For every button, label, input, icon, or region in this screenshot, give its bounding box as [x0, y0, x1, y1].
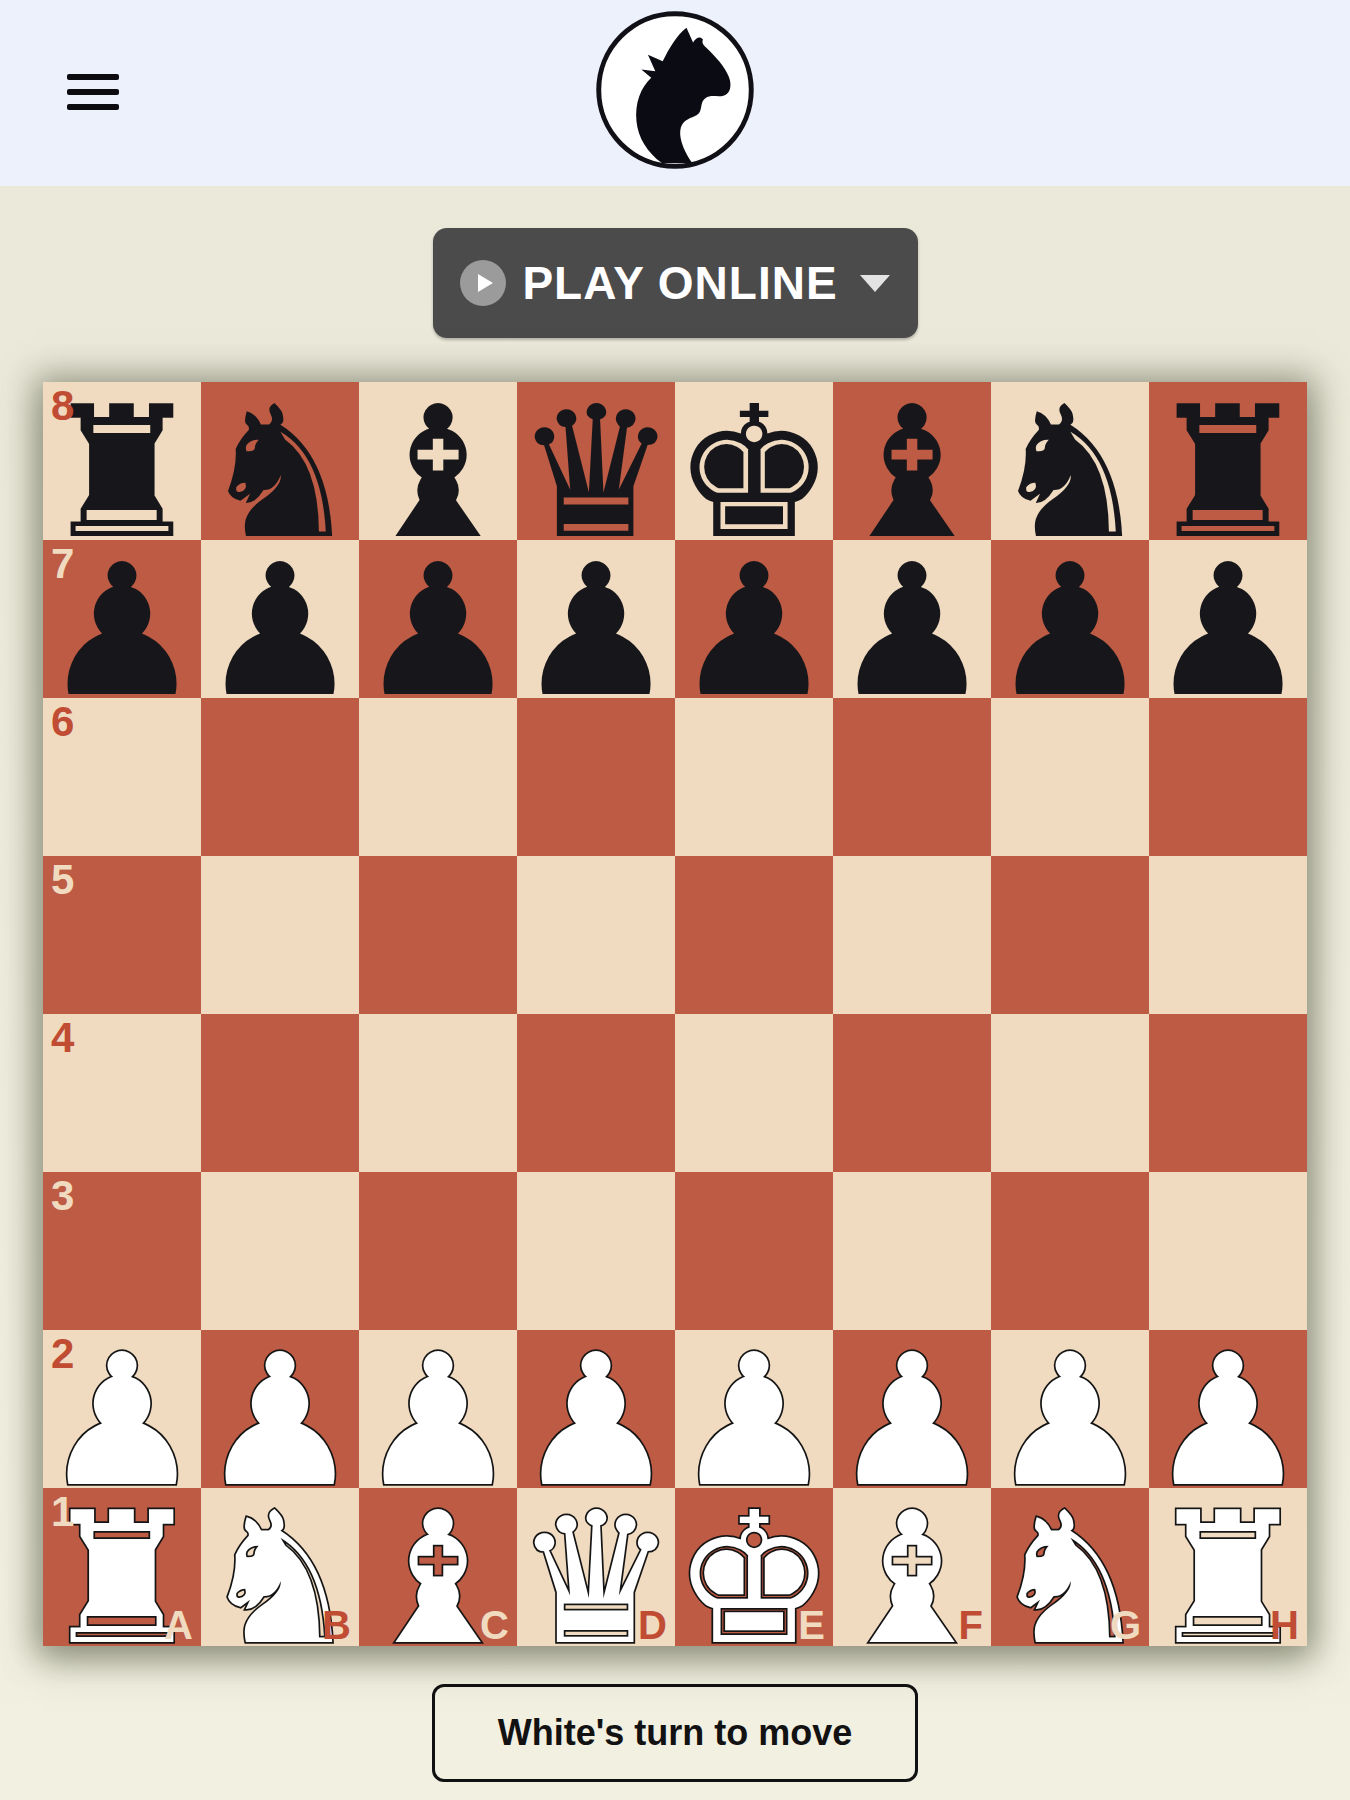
chevron-down-icon	[860, 275, 890, 292]
file-label-a: A	[164, 1602, 193, 1648]
square-e8[interactable]: ♚	[675, 382, 833, 540]
piece-black-pawn[interactable]: ♟	[517, 552, 675, 710]
piece-black-pawn[interactable]: ♟	[1149, 552, 1307, 710]
square-c2[interactable]: ♟	[359, 1330, 517, 1488]
square-f1[interactable]: F♝	[833, 1488, 991, 1646]
square-d4[interactable]	[517, 1014, 675, 1172]
rank-label-4: 4	[51, 1014, 74, 1062]
turn-status-text: White's turn to move	[498, 1712, 853, 1754]
file-label-c: C	[480, 1602, 509, 1648]
square-b4[interactable]	[201, 1014, 359, 1172]
rank-label-5: 5	[51, 856, 74, 904]
square-f4[interactable]	[833, 1014, 991, 1172]
square-h8[interactable]: ♜	[1149, 382, 1307, 540]
turn-status-box: White's turn to move	[432, 1684, 918, 1782]
square-c7[interactable]: ♟	[359, 540, 517, 698]
square-d1[interactable]: D♛	[517, 1488, 675, 1646]
square-b2[interactable]: ♟	[201, 1330, 359, 1488]
square-g3[interactable]	[991, 1172, 1149, 1330]
square-c1[interactable]: C♝	[359, 1488, 517, 1646]
file-label-d: D	[638, 1602, 667, 1648]
square-b7[interactable]: ♟	[201, 540, 359, 698]
square-b5[interactable]	[201, 856, 359, 1014]
square-c3[interactable]	[359, 1172, 517, 1330]
square-f7[interactable]: ♟	[833, 540, 991, 698]
square-f2[interactable]: ♟	[833, 1330, 991, 1488]
square-g7[interactable]: ♟	[991, 540, 1149, 698]
square-f5[interactable]	[833, 856, 991, 1014]
file-label-f: F	[959, 1602, 983, 1648]
square-b1[interactable]: B♞	[201, 1488, 359, 1646]
chess-board: 8♜♞♝♛♚♝♞♜7♟♟♟♟♟♟♟♟65432♟♟♟♟♟♟♟♟1A♜B♞C♝D♛…	[43, 382, 1307, 1646]
rank-label-3: 3	[51, 1172, 74, 1220]
square-g5[interactable]	[991, 856, 1149, 1014]
file-label-b: B	[322, 1602, 351, 1648]
square-g2[interactable]: ♟	[991, 1330, 1149, 1488]
piece-black-pawn[interactable]: ♟	[201, 552, 359, 710]
hamburger-icon	[67, 89, 119, 95]
square-e7[interactable]: ♟	[675, 540, 833, 698]
square-g4[interactable]	[991, 1014, 1149, 1172]
horse-head-logo-svg	[593, 8, 757, 172]
square-h1[interactable]: H♜	[1149, 1488, 1307, 1646]
rank-label-1: 1	[51, 1488, 74, 1536]
square-d2[interactable]: ♟	[517, 1330, 675, 1488]
square-d3[interactable]	[517, 1172, 675, 1330]
square-h4[interactable]	[1149, 1014, 1307, 1172]
square-b3[interactable]	[201, 1172, 359, 1330]
square-d5[interactable]	[517, 856, 675, 1014]
play-online-label: PLAY ONLINE	[522, 256, 837, 310]
square-b8[interactable]: ♞	[201, 382, 359, 540]
square-g8[interactable]: ♞	[991, 382, 1149, 540]
file-label-g: G	[1110, 1602, 1141, 1648]
file-label-e: E	[798, 1602, 825, 1648]
piece-black-pawn[interactable]: ♟	[991, 552, 1149, 710]
square-c8[interactable]: ♝	[359, 382, 517, 540]
square-e3[interactable]	[675, 1172, 833, 1330]
square-c5[interactable]	[359, 856, 517, 1014]
square-a5[interactable]: 5	[43, 856, 201, 1014]
header	[0, 0, 1350, 186]
square-d8[interactable]: ♛	[517, 382, 675, 540]
piece-black-pawn[interactable]: ♟	[359, 552, 517, 710]
square-h3[interactable]	[1149, 1172, 1307, 1330]
square-f3[interactable]	[833, 1172, 991, 1330]
square-a7[interactable]: 7♟	[43, 540, 201, 698]
play-icon	[460, 260, 506, 306]
square-a8[interactable]: 8♜	[43, 382, 201, 540]
square-c4[interactable]	[359, 1014, 517, 1172]
file-label-h: H	[1270, 1602, 1299, 1648]
piece-black-pawn[interactable]: ♟	[833, 552, 991, 710]
hamburger-icon	[67, 74, 119, 80]
square-h5[interactable]	[1149, 856, 1307, 1014]
hamburger-menu-button[interactable]	[67, 74, 119, 110]
square-e5[interactable]	[675, 856, 833, 1014]
square-e4[interactable]	[675, 1014, 833, 1172]
square-a4[interactable]: 4	[43, 1014, 201, 1172]
rank-label-8: 8	[51, 382, 74, 430]
rank-label-6: 6	[51, 698, 74, 746]
square-h2[interactable]: ♟	[1149, 1330, 1307, 1488]
square-a2[interactable]: 2♟	[43, 1330, 201, 1488]
square-d7[interactable]: ♟	[517, 540, 675, 698]
hamburger-icon	[67, 104, 119, 110]
rank-label-2: 2	[51, 1330, 74, 1378]
square-g1[interactable]: G♞	[991, 1488, 1149, 1646]
piece-black-pawn[interactable]: ♟	[675, 552, 833, 710]
square-f8[interactable]: ♝	[833, 382, 991, 540]
square-a3[interactable]: 3	[43, 1172, 201, 1330]
square-e2[interactable]: ♟	[675, 1330, 833, 1488]
square-e1[interactable]: E♚	[675, 1488, 833, 1646]
horse-head-logo[interactable]	[593, 8, 757, 172]
square-a1[interactable]: 1A♜	[43, 1488, 201, 1646]
rank-label-7: 7	[51, 540, 74, 588]
square-h7[interactable]: ♟	[1149, 540, 1307, 698]
play-online-button[interactable]: PLAY ONLINE	[433, 228, 918, 338]
